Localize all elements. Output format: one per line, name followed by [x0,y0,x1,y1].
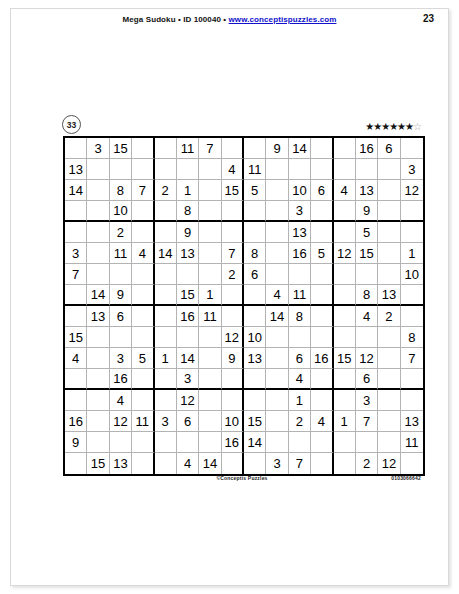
cell-r5c5[interactable] [155,222,177,243]
cell-r11c6: 14 [177,348,199,369]
cell-r15c6[interactable] [177,432,199,453]
cell-r9c12[interactable] [311,306,333,327]
cell-r10c8: 12 [222,327,244,348]
cell-r14c5: 3 [155,411,177,432]
cell-r4c8[interactable] [222,201,244,222]
cell-r15c2[interactable] [87,432,109,453]
cell-r14c16: 13 [401,411,423,432]
cell-r9c8[interactable] [222,306,244,327]
cell-r5c15[interactable] [378,222,400,243]
cell-r1c4[interactable] [132,138,154,159]
cell-r8c8[interactable] [222,285,244,306]
cell-r13c5[interactable] [155,390,177,411]
cell-r12c5[interactable] [155,369,177,390]
cell-r9c3: 6 [110,306,132,327]
cell-r6c10[interactable] [266,243,288,264]
cell-r7c7[interactable] [199,264,221,285]
cell-r7c11[interactable] [289,264,311,285]
cell-r1c15: 6 [378,138,400,159]
cell-r15c3[interactable] [110,432,132,453]
cell-r13c4[interactable] [132,390,154,411]
cell-r5c14: 5 [356,222,378,243]
cell-r8c1[interactable] [65,285,87,306]
cell-r5c7[interactable] [199,222,221,243]
cell-r10c16: 8 [401,327,423,348]
cell-r4c11: 3 [289,201,311,222]
cell-r2c3[interactable] [110,159,132,180]
cell-r5c9[interactable] [244,222,266,243]
cell-r13c16[interactable] [401,390,423,411]
cell-r3c7[interactable] [199,180,221,201]
cell-r16c15: 12 [378,453,400,474]
cell-r8c15: 13 [378,285,400,306]
page-header: Mega Sudoku • ID 100040 • www.conceptisp… [11,15,448,24]
cell-r3c3: 8 [110,180,132,201]
cell-r12c13[interactable] [334,369,356,390]
cell-r5c4[interactable] [132,222,154,243]
cell-r2c1: 13 [65,159,87,180]
cell-r14c6: 6 [177,411,199,432]
cell-r7c1: 7 [65,264,87,285]
cell-r6c7[interactable] [199,243,221,264]
cell-r3c16: 12 [401,180,423,201]
cell-r4c7[interactable] [199,201,221,222]
cell-r4c4[interactable] [132,201,154,222]
cell-r16c9[interactable] [244,453,266,474]
cell-r16c14: 2 [356,453,378,474]
cell-r3c15[interactable] [378,180,400,201]
cell-r3c4: 7 [132,180,154,201]
cell-r11c2[interactable] [87,348,109,369]
cell-r8c14: 8 [356,285,378,306]
cell-r3c11: 10 [289,180,311,201]
cell-r5c11: 13 [289,222,311,243]
cell-r13c11: 1 [289,390,311,411]
cell-r1c6: 11 [177,138,199,159]
cell-r9c5[interactable] [155,306,177,327]
cell-r6c16: 1 [401,243,423,264]
cell-r15c4[interactable] [132,432,154,453]
cell-r10c9: 10 [244,327,266,348]
cell-r16c4[interactable] [132,453,154,474]
cell-r2c12[interactable] [311,159,333,180]
star-filled-icons: ★★★★★★ [365,121,413,132]
cell-r12c7[interactable] [199,369,221,390]
cell-r4c9[interactable] [244,201,266,222]
cell-r9c4[interactable] [132,306,154,327]
cell-r9c14: 4 [356,306,378,327]
cell-r1c13[interactable] [334,138,356,159]
cell-r10c7[interactable] [199,327,221,348]
cell-r13c8[interactable] [222,390,244,411]
cell-r9c9[interactable] [244,306,266,327]
cell-r6c9: 8 [244,243,266,264]
cell-r12c2[interactable] [87,369,109,390]
cell-r13c15[interactable] [378,390,400,411]
cell-r6c11: 16 [289,243,311,264]
cell-r6c12: 5 [311,243,333,264]
cell-r12c15[interactable] [378,369,400,390]
cell-r5c2[interactable] [87,222,109,243]
header-title: Mega Sudoku • ID 100040 • [123,15,229,24]
page-number: 23 [423,13,434,24]
page-sheet: Mega Sudoku • ID 100040 • www.conceptisp… [10,8,449,586]
cell-r6c8: 7 [222,243,244,264]
cell-r8c4[interactable] [132,285,154,306]
cell-r8c2: 14 [87,285,109,306]
cell-r2c15[interactable] [378,159,400,180]
cell-r1c7: 7 [199,138,221,159]
cell-r2c16: 3 [401,159,423,180]
cell-r16c3: 13 [110,453,132,474]
cell-r16c16[interactable] [401,453,423,474]
cell-r9c13[interactable] [334,306,356,327]
cell-r14c11: 2 [289,411,311,432]
cell-r11c9: 13 [244,348,266,369]
cell-r7c10[interactable] [266,264,288,285]
cell-r4c14: 9 [356,201,378,222]
cell-r6c2[interactable] [87,243,109,264]
cell-r7c8: 2 [222,264,244,285]
cell-r9c1[interactable] [65,306,87,327]
cell-r14c9: 15 [244,411,266,432]
cell-r7c4[interactable] [132,264,154,285]
cell-r11c16: 7 [401,348,423,369]
cell-r14c13: 1 [334,411,356,432]
cell-r16c5[interactable] [155,453,177,474]
conceptis-link[interactable]: www.conceptispuzzles.com [229,15,337,24]
cell-r3c5: 2 [155,180,177,201]
cell-r5c16[interactable] [401,222,423,243]
cell-r3c2[interactable] [87,180,109,201]
cell-r10c14[interactable] [356,327,378,348]
cell-r14c15[interactable] [378,411,400,432]
cell-r11c3: 3 [110,348,132,369]
cell-r5c6: 9 [177,222,199,243]
cell-r7c13[interactable] [334,264,356,285]
cell-r16c6: 4 [177,453,199,474]
cell-r12c6: 3 [177,369,199,390]
cell-r14c8: 10 [222,411,244,432]
cell-r15c9: 14 [244,432,266,453]
cell-r2c4[interactable] [132,159,154,180]
cell-r1c11: 14 [289,138,311,159]
cell-r15c13[interactable] [334,432,356,453]
cell-r7c12[interactable] [311,264,333,285]
cell-r6c1: 3 [65,243,87,264]
cell-r15c14[interactable] [356,432,378,453]
cell-r4c2[interactable] [87,201,109,222]
cell-r3c14: 13 [356,180,378,201]
cell-r12c4[interactable] [132,369,154,390]
cell-r11c1: 4 [65,348,87,369]
cell-r10c5[interactable] [155,327,177,348]
cell-r13c9[interactable] [244,390,266,411]
cell-r12c11: 4 [289,369,311,390]
cell-r8c6: 15 [177,285,199,306]
cell-r15c1: 9 [65,432,87,453]
cell-r14c1: 16 [65,411,87,432]
cell-r11c4: 5 [132,348,154,369]
cell-r5c1[interactable] [65,222,87,243]
cell-r16c2: 15 [87,453,109,474]
cell-r12c14: 6 [356,369,378,390]
cell-r12c1[interactable] [65,369,87,390]
cell-r15c7[interactable] [199,432,221,453]
cell-r3c10[interactable] [266,180,288,201]
cell-r5c3: 2 [110,222,132,243]
cell-r6c14: 15 [356,243,378,264]
cell-r4c1[interactable] [65,201,87,222]
cell-r7c9: 6 [244,264,266,285]
cell-r2c13[interactable] [334,159,356,180]
cell-r1c5[interactable] [155,138,177,159]
cell-r7c15[interactable] [378,264,400,285]
cell-r13c2[interactable] [87,390,109,411]
cell-r12c8[interactable] [222,369,244,390]
cell-r8c13[interactable] [334,285,356,306]
cell-r15c12[interactable] [311,432,333,453]
cell-r12c9[interactable] [244,369,266,390]
cell-r2c5[interactable] [155,159,177,180]
cell-r10c4[interactable] [132,327,154,348]
cell-r6c13: 12 [334,243,356,264]
cell-r6c15[interactable] [378,243,400,264]
cell-r2c2[interactable] [87,159,109,180]
cell-r11c11: 6 [289,348,311,369]
cell-r11c14: 12 [356,348,378,369]
cell-r1c12[interactable] [311,138,333,159]
cell-r3c9: 5 [244,180,266,201]
cell-r8c7: 1 [199,285,221,306]
cell-r3c1: 14 [65,180,87,201]
cell-r1c1[interactable] [65,138,87,159]
cell-r4c6: 8 [177,201,199,222]
cell-r16c8[interactable] [222,453,244,474]
cell-r2c7[interactable] [199,159,221,180]
cell-r9c10: 14 [266,306,288,327]
cell-r1c9[interactable] [244,138,266,159]
cell-r16c10: 3 [266,453,288,474]
cell-r16c11: 7 [289,453,311,474]
cell-r9c7: 11 [199,306,221,327]
cell-r14c10[interactable] [266,411,288,432]
cell-r1c14: 16 [356,138,378,159]
cell-r12c16[interactable] [401,369,423,390]
cell-r5c8[interactable] [222,222,244,243]
cell-r1c8[interactable] [222,138,244,159]
cell-r11c10[interactable] [266,348,288,369]
cell-r13c6: 12 [177,390,199,411]
cell-r4c12[interactable] [311,201,333,222]
cell-r8c12[interactable] [311,285,333,306]
cell-r11c7[interactable] [199,348,221,369]
cell-r8c16[interactable] [401,285,423,306]
cell-r12c10[interactable] [266,369,288,390]
cell-r3c12: 6 [311,180,333,201]
cell-r2c14[interactable] [356,159,378,180]
cell-r6c3: 11 [110,243,132,264]
cell-r7c14[interactable] [356,264,378,285]
cell-r13c10[interactable] [266,390,288,411]
cell-r4c3: 10 [110,201,132,222]
cell-r9c16[interactable] [401,306,423,327]
star-empty-icon: ☆ [413,121,421,132]
cell-r8c10: 4 [266,285,288,306]
cell-r14c12: 4 [311,411,333,432]
cell-r10c2[interactable] [87,327,109,348]
cell-r10c10[interactable] [266,327,288,348]
cell-r10c11[interactable] [289,327,311,348]
cell-r7c6[interactable] [177,264,199,285]
cell-r5c10[interactable] [266,222,288,243]
cell-r11c8: 9 [222,348,244,369]
cell-r1c2: 3 [87,138,109,159]
cell-r8c11: 11 [289,285,311,306]
cell-r16c13[interactable] [334,453,356,474]
cell-r2c9: 11 [244,159,266,180]
cell-r2c8: 4 [222,159,244,180]
cell-r3c8: 15 [222,180,244,201]
cell-r15c16: 11 [401,432,423,453]
cell-r13c12[interactable] [311,390,333,411]
cell-r12c3: 16 [110,369,132,390]
cell-r15c11[interactable] [289,432,311,453]
print-code: 0103066642 [63,475,421,481]
cell-r13c1[interactable] [65,390,87,411]
cell-r11c13: 15 [334,348,356,369]
cell-r8c9[interactable] [244,285,266,306]
cell-r1c3: 15 [110,138,132,159]
cell-r14c4: 11 [132,411,154,432]
cell-r8c5[interactable] [155,285,177,306]
cell-r7c16: 10 [401,264,423,285]
cell-r4c16[interactable] [401,201,423,222]
cell-r15c10[interactable] [266,432,288,453]
cell-r13c3: 4 [110,390,132,411]
cell-r8c3: 9 [110,285,132,306]
cell-r9c15: 2 [378,306,400,327]
cell-r6c5: 14 [155,243,177,264]
cell-r10c6[interactable] [177,327,199,348]
cell-r2c10[interactable] [266,159,288,180]
cell-r7c2[interactable] [87,264,109,285]
cell-r5c13[interactable] [334,222,356,243]
cell-r16c12[interactable] [311,453,333,474]
sudoku-grid: 3151179141661341131487211551064131210839… [63,136,425,476]
cell-r1c16[interactable] [401,138,423,159]
cell-r13c7[interactable] [199,390,221,411]
cell-r10c15[interactable] [378,327,400,348]
cell-r7c5[interactable] [155,264,177,285]
cell-r14c7[interactable] [199,411,221,432]
cell-r11c5: 1 [155,348,177,369]
cell-r4c13[interactable] [334,201,356,222]
cell-r9c6: 16 [177,306,199,327]
cell-r1c10: 9 [266,138,288,159]
cell-r4c5[interactable] [155,201,177,222]
cell-r5c12[interactable] [311,222,333,243]
cell-r10c3[interactable] [110,327,132,348]
cell-r10c13[interactable] [334,327,356,348]
cell-r12c12[interactable] [311,369,333,390]
cell-r7c3[interactable] [110,264,132,285]
cell-r6c6: 13 [177,243,199,264]
cell-r16c7: 14 [199,453,221,474]
cell-r13c14: 3 [356,390,378,411]
cell-r2c6[interactable] [177,159,199,180]
cell-r11c15[interactable] [378,348,400,369]
cell-r2c11[interactable] [289,159,311,180]
cell-r13c13[interactable] [334,390,356,411]
cell-r14c2[interactable] [87,411,109,432]
cell-r15c15[interactable] [378,432,400,453]
cell-r14c14: 7 [356,411,378,432]
cell-r10c12[interactable] [311,327,333,348]
cell-r11c12: 16 [311,348,333,369]
cell-r14c3: 12 [110,411,132,432]
cell-r15c5[interactable] [155,432,177,453]
cell-r4c15[interactable] [378,201,400,222]
cell-r4c10[interactable] [266,201,288,222]
cell-r9c2: 13 [87,306,109,327]
cell-r16c1[interactable] [65,453,87,474]
cell-r3c6: 1 [177,180,199,201]
cell-r10c1: 15 [65,327,87,348]
difficulty-stars: ★★★★★★☆ [63,122,421,132]
cell-r6c4: 4 [132,243,154,264]
cell-r3c13: 4 [334,180,356,201]
cell-r9c11: 8 [289,306,311,327]
cell-r15c8: 16 [222,432,244,453]
